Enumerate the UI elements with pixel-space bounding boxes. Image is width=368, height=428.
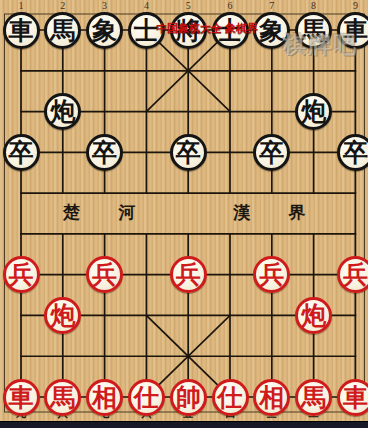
piece-red-horse-right[interactable]: 馬 <box>295 379 332 416</box>
piece-red-elephant-left[interactable]: 相 <box>86 379 123 416</box>
piece-red-advisor-right[interactable]: 仕 <box>212 379 249 416</box>
watermark-red-text: 中国象棋大全 象棋界 <box>156 21 258 36</box>
piece-black-soldier-3[interactable]: 卒 <box>170 134 207 171</box>
bottom-edge-bar <box>0 421 368 428</box>
piece-red-soldier-2[interactable]: 兵 <box>86 256 123 293</box>
file-label-top-9: 9 <box>348 0 362 12</box>
piece-red-cannon-left[interactable]: 炮 <box>44 297 81 334</box>
piece-red-soldier-5[interactable]: 兵 <box>337 256 368 293</box>
piece-red-elephant-right[interactable]: 相 <box>253 379 290 416</box>
piece-red-chariot-left[interactable]: 車 <box>3 379 40 416</box>
piece-black-soldier-5[interactable]: 卒 <box>337 134 368 171</box>
river-label-chu-he: 楚 河 <box>63 203 152 223</box>
file-label-top-6: 6 <box>223 0 237 12</box>
piece-black-chariot-left[interactable]: 車 <box>3 12 40 49</box>
piece-red-soldier-1[interactable]: 兵 <box>3 256 40 293</box>
piece-black-soldier-2[interactable]: 卒 <box>86 134 123 171</box>
file-label-top-4: 4 <box>139 0 153 12</box>
river-label-han-jie: 漢 界 <box>233 203 322 223</box>
piece-black-soldier-1[interactable]: 卒 <box>3 134 40 171</box>
piece-red-advisor-left[interactable]: 仕 <box>128 379 165 416</box>
piece-red-chariot-right[interactable]: 車 <box>337 379 368 416</box>
file-label-top-2: 2 <box>56 0 70 12</box>
xiangqi-board: 123456789 九八七六五四三二一 楚 河 漢 界 車馬象士將士象馬車炮炮卒… <box>0 0 368 428</box>
piece-black-elephant-left[interactable]: 象 <box>86 12 123 49</box>
piece-red-general[interactable]: 帥 <box>170 379 207 416</box>
piece-black-cannon-right[interactable]: 炮 <box>295 93 332 130</box>
piece-red-cannon-right[interactable]: 炮 <box>295 297 332 334</box>
file-label-top-5: 5 <box>181 0 195 12</box>
piece-black-horse-left[interactable]: 馬 <box>44 12 81 49</box>
file-label-top-3: 3 <box>98 0 112 12</box>
file-label-top-8: 8 <box>307 0 321 12</box>
watermark-faint-text: 棋牌吧 <box>283 29 358 60</box>
file-label-top-7: 7 <box>265 0 279 12</box>
piece-black-soldier-4[interactable]: 卒 <box>253 134 290 171</box>
file-label-top-1: 1 <box>14 0 28 12</box>
piece-red-horse-left[interactable]: 馬 <box>44 379 81 416</box>
piece-red-soldier-3[interactable]: 兵 <box>170 256 207 293</box>
